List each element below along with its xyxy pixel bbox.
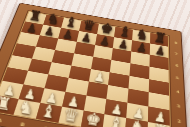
rank-label-6: 6 (175, 64, 178, 68)
board-grid: ♜♞♝♛♚♝♞♜♟♟♟♟♟♟♟♟♟♟♟♟♟♟♟♟♜♞♝♛♚♝♞♜ (0, 12, 170, 127)
square-d1[interactable]: ♛ (58, 107, 83, 127)
square-h1[interactable]: ♜ (148, 122, 170, 127)
piece-black-pawn-g7[interactable]: ♟ (136, 41, 148, 54)
rank-coordinates: 87654321 (171, 37, 186, 127)
piece-black-pawn-f7[interactable]: ♟ (117, 38, 129, 51)
square-g1[interactable]: ♞ (125, 118, 148, 127)
piece-white-knight-g1[interactable]: ♞ (129, 118, 147, 127)
file-label-c: C (43, 125, 48, 127)
square-f1[interactable]: ♝ (103, 114, 127, 127)
square-f5[interactable] (110, 60, 130, 76)
rank-label-5: 5 (176, 76, 180, 80)
piece-black-pawn-a7[interactable]: ♟ (25, 22, 37, 35)
piece-white-rook-h1[interactable]: ♜ (151, 122, 169, 127)
piece-black-pawn-c7[interactable]: ♟ (62, 28, 74, 41)
rank-label-7: 7 (175, 52, 178, 56)
table-surface: ♜♞♝♛♚♝♞♜♟♟♟♟♟♟♟♟♟♟♟♟♟♟♟♟♜♞♝♛♚♝♞♜ ABCDEFG… (0, 0, 190, 127)
rank-label-3: 3 (177, 103, 181, 108)
square-a1[interactable]: ♜ (0, 95, 19, 114)
piece-black-pawn-e7[interactable]: ♟ (99, 35, 111, 48)
square-e1[interactable]: ♚ (80, 111, 104, 127)
piece-white-pawn-e4[interactable]: ♟ (93, 70, 106, 84)
chess-board: ♜♞♝♛♚♝♞♜♟♟♟♟♟♟♟♟♟♟♟♟♟♟♟♟♜♞♝♛♚♝♞♜ ABCDEFG… (0, 3, 189, 127)
piece-white-queen-d1[interactable]: ♛ (62, 106, 80, 126)
rank-label-4: 4 (176, 89, 180, 94)
file-label-a: A (0, 117, 3, 123)
square-c4[interactable] (48, 62, 71, 78)
rank-label-8: 8 (174, 41, 177, 45)
piece-black-pawn-h7[interactable]: ♟ (154, 44, 166, 57)
rank-label-2: 2 (177, 118, 181, 123)
photo-frame: ♜♞♝♛♚♝♞♜♟♟♟♟♟♟♟♟♟♟♟♟♟♟♟♟♜♞♝♛♚♝♞♜ ABCDEFG… (0, 0, 190, 127)
piece-white-bishop-c1[interactable]: ♝ (39, 102, 57, 122)
piece-black-pawn-d7[interactable]: ♟ (81, 31, 93, 44)
piece-black-pawn-b7[interactable]: ♟ (44, 25, 56, 38)
piece-white-king-e1[interactable]: ♚ (84, 110, 102, 127)
piece-white-rook-a1[interactable]: ♜ (0, 95, 13, 115)
piece-white-bishop-f1[interactable]: ♝ (106, 114, 124, 127)
piece-white-knight-b1[interactable]: ♞ (17, 98, 35, 118)
file-label-b: B (20, 121, 26, 127)
